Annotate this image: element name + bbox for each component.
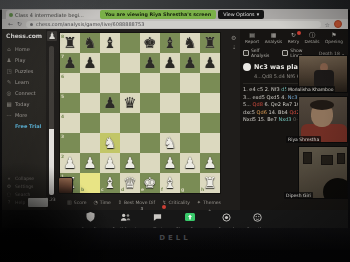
sidebar-item-home[interactable]: ⌂Home — [6, 43, 46, 54]
black-rook: ♜ — [200, 33, 220, 53]
square-h1[interactable]: h♜ — [200, 173, 220, 193]
browser-url-bar: ← ↻ chess.com/analysis/game/live/6088888… — [2, 19, 348, 29]
square-h8[interactable]: ♜ — [200, 33, 220, 53]
square-f1[interactable]: f♝ — [160, 173, 180, 193]
square-h6[interactable] — [200, 73, 220, 93]
black-pawn: ♟ — [180, 53, 200, 73]
square-g7[interactable]: ♟ — [180, 53, 200, 73]
shield-icon — [86, 207, 95, 226]
board-toolbar-label: Themes — [203, 200, 221, 205]
sidebar-item-label: Learn — [15, 79, 29, 85]
square-g8[interactable]: ♞ — [180, 33, 200, 53]
move-token: 14. Bb4 — [267, 109, 290, 115]
file-label: b — [81, 187, 84, 192]
board-toolbar-time[interactable]: ◔Time — [93, 199, 110, 205]
panel-tab-label: Opening — [325, 39, 343, 44]
square-c2[interactable]: ♟ — [100, 153, 120, 173]
chevron-down-icon: ▾ — [257, 12, 259, 17]
rank-label: 5 — [61, 94, 64, 99]
square-c1[interactable]: c♝ — [100, 173, 120, 193]
people-icon — [120, 207, 131, 226]
square-d6[interactable] — [120, 73, 140, 93]
sidebar-footer-search[interactable]: ◌Search — [6, 190, 34, 198]
square-b7[interactable]: ♟ — [80, 53, 100, 73]
square-d8[interactable] — [120, 33, 140, 53]
reactions-icon — [253, 207, 262, 226]
white-pawn: ♟ — [180, 153, 200, 173]
puzzles-icon: ◳ — [6, 68, 12, 74]
white-pawn: ♟ — [160, 153, 180, 173]
square-c3[interactable]: ♞ — [100, 133, 120, 153]
square-b4[interactable] — [80, 113, 100, 133]
chess-board[interactable]: 8♜♞♝♚♝♞♜7♟♟♟♟♟♟65♟♛43♞♞2♟♟♟♟♟♟♟1a♜bc♝d♛e… — [60, 33, 220, 193]
board-toolbar-themes[interactable]: ✦Themes — [197, 199, 221, 205]
board-area: 8♜♞♝♚♝♞♜7♟♟♟♟♟♟65♟♛43♞♞2♟♟♟♟♟♟♟1a♜bc♝d♛e… — [58, 29, 230, 210]
eval-gutter: ♟ -0.23 — [46, 29, 58, 210]
move-token: 1. e4 c5 2. Nf3 — [243, 86, 281, 92]
lock-icon — [30, 23, 33, 26]
checkbox[interactable] — [282, 50, 288, 56]
player-avatar — [58, 177, 73, 194]
square-h4[interactable] — [200, 113, 220, 133]
black-bishop: ♝ — [100, 33, 120, 53]
play-icon: ♟ — [6, 57, 12, 63]
search-icon: ◌ — [6, 191, 12, 197]
square-f7[interactable]: ♟ — [160, 53, 180, 73]
panel-tab-retry[interactable]: ↻Retry — [288, 32, 299, 44]
white-pawn: ♟ — [200, 153, 220, 173]
square-e6[interactable] — [140, 73, 160, 93]
square-c6[interactable] — [100, 73, 120, 93]
panel-tab-label: Details — [305, 39, 320, 44]
square-e1[interactable]: e♚ — [140, 173, 160, 193]
sidebar-footer-settings[interactable]: ⚙Settings — [6, 182, 34, 190]
themes-icon: ✦ — [197, 199, 201, 205]
panel-tab-label: Report — [245, 39, 259, 44]
back-icon[interactable]: ← — [8, 19, 13, 29]
zoom-toolbar-record[interactable]: Record — [218, 207, 234, 229]
square-f6[interactable] — [160, 73, 180, 93]
picture-frame — [303, 152, 312, 164]
floating-panel-fragment — [28, 198, 48, 207]
sidebar-item-more[interactable]: ⋯More — [6, 109, 46, 120]
collapse-icon: « — [6, 175, 12, 181]
panel-tab-analysis[interactable]: ▦Analysis — [265, 32, 283, 44]
sidebar-footer-collapse[interactable]: «Collapse — [6, 174, 34, 182]
checkbox[interactable] — [243, 50, 249, 56]
rank-label: 2 — [61, 154, 64, 159]
square-e4[interactable] — [140, 113, 160, 133]
white-pawn: ♟ — [80, 153, 100, 173]
black-pawn: ♟ — [80, 53, 100, 73]
zoom-toolbar-share-screen[interactable]: ⌃Share Screen — [176, 207, 206, 229]
square-h7[interactable]: ♟ — [200, 53, 220, 73]
square-g6[interactable] — [180, 73, 200, 93]
square-a4[interactable]: 4 — [60, 113, 80, 133]
share-screen-icon — [185, 207, 195, 226]
file-label: f — [161, 187, 163, 192]
home-icon: ⌂ — [6, 46, 12, 52]
help-icon: ? — [6, 199, 12, 205]
participant-count: 3 — [140, 206, 143, 211]
analysis-icon: ▦ — [271, 32, 277, 38]
retry-icon: ↻ — [291, 32, 296, 38]
banner-text: You are viewing Riya Shrestha's screen — [100, 10, 216, 19]
connect-icon: ◎ — [6, 90, 12, 96]
board-toolbar-label: Criticality — [168, 200, 189, 205]
white-pawn-icon: ♟ — [47, 31, 57, 41]
move-token: Qd6 — [257, 109, 267, 115]
tab-favicon-icon — [9, 13, 13, 17]
sidebar-item-label: Puzzles — [15, 68, 33, 74]
black-pawn: ♟ — [200, 53, 220, 73]
panel-tab-report[interactable]: ▤Report — [245, 32, 259, 44]
square-b1[interactable]: b — [80, 173, 100, 193]
file-label: c — [101, 187, 104, 192]
square-h3[interactable] — [200, 133, 220, 153]
monitor-brand-logo: DELL — [0, 234, 350, 242]
notification-badge — [162, 205, 166, 209]
move-token: Nc3 — [288, 94, 298, 100]
square-e2[interactable] — [140, 153, 160, 173]
sidebar-footer-label: Collapse — [15, 176, 34, 181]
picture-frame — [337, 153, 345, 164]
file-label: d — [121, 187, 124, 192]
rank-label: 3 — [61, 134, 64, 139]
sidebar-footer-label: Settings — [15, 184, 33, 189]
zoom-toolbar: Security3ParticipantsChat⌃Share ScreenRe… — [2, 210, 348, 228]
square-c8[interactable]: ♝ — [100, 33, 120, 53]
chess-site-page: Chess.com ⌂Home♟Play◳Puzzles✎Learn◎Conne… — [2, 29, 348, 210]
participant-silhouette — [310, 100, 334, 110]
desk-shadow — [0, 250, 350, 262]
opening-icon: ⚑ — [331, 32, 336, 38]
square-b3[interactable] — [80, 133, 100, 153]
address-field[interactable]: chess.com/analysis/game/live/6088888753 — [26, 21, 321, 28]
board-toolbar-label: Best Move Dif — [124, 200, 155, 205]
white-knight: ♞ — [100, 133, 120, 153]
square-g1[interactable]: g — [180, 173, 200, 193]
black-king: ♚ — [140, 33, 160, 53]
site-logo[interactable]: Chess.com — [6, 32, 46, 39]
square-d5[interactable]: ♛ — [120, 93, 140, 113]
square-g3[interactable] — [180, 133, 200, 153]
chat-icon — [153, 207, 162, 226]
board-toolbar-label: Time — [100, 200, 111, 205]
rank-label: 6 — [61, 74, 64, 79]
evaluation-bar-white — [49, 129, 54, 195]
panel-tab-details[interactable]: ⓘDetails — [305, 32, 320, 44]
record-icon — [222, 207, 231, 226]
view-options-button[interactable]: View Options ▾ — [218, 10, 264, 19]
square-e7[interactable]: ♟ — [140, 53, 160, 73]
participant-name-tag: Riya Shrestha — [286, 136, 321, 143]
square-e8[interactable]: ♚ — [140, 33, 160, 53]
learn-icon: ✎ — [6, 79, 12, 85]
square-a8[interactable]: 8♜ — [60, 33, 80, 53]
square-g5[interactable] — [180, 93, 200, 113]
board-toolbar-criticality[interactable]: ↯Criticality — [162, 199, 190, 205]
square-d3[interactable] — [120, 133, 140, 153]
square-a3[interactable]: 3 — [60, 133, 80, 153]
bookmark-star-icon[interactable]: ☆ — [325, 21, 330, 28]
black-knight: ♞ — [80, 33, 100, 53]
participant-silhouette — [323, 178, 348, 199]
black-bishop: ♝ — [160, 33, 180, 53]
square-h2[interactable]: ♟ — [200, 153, 220, 173]
white-bishop: ♝ — [160, 173, 180, 193]
board-toolbar-best-move-dif[interactable]: ⇕Best Move Dif — [118, 199, 155, 205]
black-knight: ♞ — [180, 33, 200, 53]
participant-name-tag: Dipesh Giri — [284, 192, 313, 199]
square-f5[interactable] — [160, 93, 180, 113]
square-a2[interactable]: 2♟ — [60, 153, 80, 173]
sidebar-item-label: Home — [15, 46, 30, 52]
participant-name-tag: Monalisha Khamboo — [286, 86, 335, 93]
monitor-bezel: DELL — [0, 228, 350, 252]
url-text: chess.com/analysis/game/live/6088888753 — [36, 21, 144, 27]
today-icon: ▦ — [6, 101, 12, 107]
sidebar-item-label: Connect — [15, 90, 36, 96]
move-token: 5... — [243, 101, 253, 107]
square-e5[interactable] — [140, 93, 160, 113]
notification-badge — [297, 31, 301, 35]
sidebar-footer-label: Search — [15, 192, 30, 197]
file-label: e — [141, 187, 144, 192]
square-f3[interactable]: ♞ — [160, 133, 180, 153]
zoom-screenshare-banner: You are viewing Riya Shrestha's screen V… — [100, 10, 264, 19]
browser-profile-avatar[interactable] — [334, 20, 342, 28]
square-a7[interactable]: 7♟ — [60, 53, 80, 73]
square-f8[interactable]: ♝ — [160, 33, 180, 53]
board-toolbar-label: Score — [74, 200, 87, 205]
sidebar-item-label: Play — [15, 57, 25, 63]
rank-label: 8 — [61, 34, 64, 39]
square-d1[interactable]: d♛ — [120, 173, 140, 193]
view-options-label: View Options — [223, 12, 254, 17]
zoom-toolbar-reactions[interactable]: Reactions — [247, 207, 269, 229]
move-token: Nxd5 15. Be7 — [243, 116, 278, 122]
chevron-up-icon[interactable]: ⌃ — [208, 209, 212, 214]
details-icon: ⓘ — [309, 32, 315, 38]
flip-board-icon[interactable]: ⇣ — [232, 44, 236, 50]
panel-tab-label: Retry — [288, 39, 299, 44]
square-c5[interactable]: ♟ — [100, 93, 120, 113]
white-knight: ♞ — [160, 133, 180, 153]
rank-label: 7 — [61, 54, 64, 59]
report-icon: ▤ — [249, 32, 255, 38]
square-b5[interactable] — [80, 93, 100, 113]
diff-icon: ⇕ — [118, 199, 122, 205]
square-f4[interactable] — [160, 113, 180, 133]
square-h5[interactable] — [200, 93, 220, 113]
option-self-analysis[interactable]: Self Analysis — [243, 48, 278, 58]
rank-label: 4 — [61, 114, 64, 119]
black-pawn: ♟ — [160, 53, 180, 73]
sidebar-item-label: Today — [15, 101, 29, 107]
panel-tab-label: Analysis — [265, 39, 283, 44]
monitor-screen: Class 4 intermediate begi... ✕ + ← ↻ che… — [2, 9, 348, 228]
square-c7[interactable] — [100, 53, 120, 73]
more-icon: ⋯ — [6, 112, 12, 118]
evaluation-bar — [49, 46, 54, 195]
square-b6[interactable] — [80, 73, 100, 93]
file-label: g — [181, 187, 184, 192]
square-e3[interactable] — [140, 133, 160, 153]
move-classification-icon — [243, 63, 251, 71]
black-pawn: ♟ — [140, 53, 160, 73]
zoom-toolbar-security[interactable]: Security — [81, 207, 99, 229]
board-toolbar-score[interactable]: ▥Score — [67, 199, 86, 205]
white-pawn: ♟ — [120, 153, 140, 173]
site-sidebar: Chess.com ⌂Home♟Play◳Puzzles✎Learn◎Conne… — [2, 29, 46, 210]
sidebar-item-learn[interactable]: ✎Learn — [6, 76, 46, 87]
square-b2[interactable]: ♟ — [80, 153, 100, 173]
board-controls: ⚙ ⇣ — [230, 29, 240, 210]
sidebar-footer-label: Help — [15, 200, 25, 205]
gear-icon: ⚙ — [6, 183, 12, 189]
sidebar-item-label: More — [15, 112, 27, 118]
move-token: dxc5 — [243, 109, 257, 115]
square-g4[interactable] — [180, 113, 200, 133]
square-f2[interactable]: ♟ — [160, 153, 180, 173]
time-icon: ◔ — [93, 199, 97, 205]
move-token: Nxd3 — [278, 116, 291, 122]
sidebar-item-connect[interactable]: ◎Connect — [6, 87, 46, 98]
white-pawn: ♟ — [100, 153, 120, 173]
sidebar-item-puzzles[interactable]: ◳Puzzles — [6, 65, 46, 76]
zoom-toolbar-chat[interactable]: Chat — [152, 207, 163, 229]
picture-frame — [321, 155, 333, 165]
black-queen: ♛ — [120, 93, 140, 113]
square-g2[interactable]: ♟ — [180, 153, 200, 173]
board-settings-gear-icon[interactable]: ⚙ — [231, 34, 236, 41]
option-label: Self Analysis — [251, 48, 279, 58]
free-trial-link[interactable]: Free Trial — [6, 123, 46, 129]
square-a5[interactable]: 5 — [60, 93, 80, 113]
zoom-toolbar-participants[interactable]: 3Participants — [113, 207, 139, 229]
score-icon: ▥ — [67, 199, 72, 205]
black-pawn: ♟ — [100, 93, 120, 113]
move-token: Qd8 — [253, 101, 263, 107]
reload-icon[interactable]: ↻ — [17, 19, 22, 29]
square-d7[interactable] — [120, 53, 140, 73]
move-token: 3... exd5 Qxd5 4. — [243, 94, 288, 100]
sidebar-item-play[interactable]: ♟Play — [6, 54, 46, 65]
square-a6[interactable]: 6 — [60, 73, 80, 93]
square-d2[interactable]: ♟ — [120, 153, 140, 173]
square-c4[interactable] — [100, 113, 120, 133]
panel-tab-opening[interactable]: ⚑Opening — [325, 32, 343, 44]
tab-title: Class 4 intermediate begi... — [15, 12, 109, 18]
square-b8[interactable]: ♞ — [80, 33, 100, 53]
file-label: h — [201, 187, 204, 192]
sidebar-item-today[interactable]: ▦Today — [6, 98, 46, 109]
square-d4[interactable] — [120, 113, 140, 133]
